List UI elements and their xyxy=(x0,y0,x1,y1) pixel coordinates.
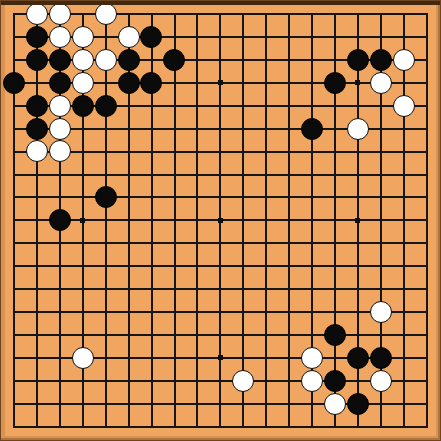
intersection[interactable] xyxy=(392,209,415,232)
intersection[interactable]: ○ xyxy=(232,369,255,392)
intersection[interactable] xyxy=(415,117,438,140)
intersection[interactable] xyxy=(346,278,369,301)
intersection[interactable]: ● xyxy=(323,71,346,94)
intersection[interactable] xyxy=(392,71,415,94)
intersection[interactable] xyxy=(278,323,301,346)
intersection[interactable] xyxy=(323,3,346,26)
intersection[interactable] xyxy=(278,163,301,186)
intersection[interactable] xyxy=(232,48,255,71)
intersection[interactable] xyxy=(300,163,323,186)
intersection[interactable] xyxy=(3,140,26,163)
intersection[interactable] xyxy=(140,48,163,71)
intersection[interactable] xyxy=(163,163,186,186)
intersection[interactable] xyxy=(71,255,94,278)
intersection[interactable]: ● xyxy=(117,48,140,71)
intersection[interactable] xyxy=(232,140,255,163)
intersection[interactable] xyxy=(163,369,186,392)
intersection[interactable] xyxy=(140,232,163,255)
intersection[interactable] xyxy=(186,346,209,369)
intersection[interactable] xyxy=(278,140,301,163)
intersection[interactable] xyxy=(232,415,255,438)
intersection[interactable] xyxy=(300,25,323,48)
intersection[interactable] xyxy=(255,300,278,323)
intersection[interactable] xyxy=(300,415,323,438)
intersection[interactable] xyxy=(25,278,48,301)
intersection[interactable] xyxy=(25,415,48,438)
intersection[interactable] xyxy=(48,278,71,301)
intersection[interactable] xyxy=(415,25,438,48)
intersection[interactable]: ○ xyxy=(369,369,392,392)
intersection[interactable] xyxy=(415,415,438,438)
intersection[interactable] xyxy=(25,71,48,94)
intersection[interactable] xyxy=(415,71,438,94)
intersection[interactable] xyxy=(117,392,140,415)
intersection[interactable] xyxy=(186,48,209,71)
intersection[interactable]: ○ xyxy=(369,71,392,94)
intersection[interactable] xyxy=(415,232,438,255)
intersection[interactable] xyxy=(346,209,369,232)
intersection[interactable] xyxy=(140,186,163,209)
intersection[interactable] xyxy=(232,25,255,48)
intersection[interactable]: ○ xyxy=(300,346,323,369)
intersection[interactable] xyxy=(415,323,438,346)
intersection[interactable] xyxy=(232,255,255,278)
intersection[interactable] xyxy=(25,392,48,415)
intersection[interactable] xyxy=(346,94,369,117)
intersection[interactable] xyxy=(3,48,26,71)
intersection[interactable] xyxy=(392,300,415,323)
intersection[interactable] xyxy=(392,3,415,26)
intersection[interactable] xyxy=(3,346,26,369)
intersection[interactable] xyxy=(278,232,301,255)
intersection[interactable] xyxy=(255,140,278,163)
intersection[interactable] xyxy=(300,323,323,346)
intersection[interactable] xyxy=(232,346,255,369)
intersection[interactable] xyxy=(25,300,48,323)
intersection[interactable] xyxy=(3,25,26,48)
intersection[interactable] xyxy=(255,278,278,301)
intersection[interactable] xyxy=(94,392,117,415)
intersection[interactable] xyxy=(392,346,415,369)
intersection[interactable] xyxy=(186,3,209,26)
intersection[interactable] xyxy=(346,300,369,323)
intersection[interactable] xyxy=(323,48,346,71)
intersection[interactable]: ● xyxy=(346,392,369,415)
intersection[interactable] xyxy=(186,255,209,278)
intersection[interactable] xyxy=(48,186,71,209)
intersection[interactable] xyxy=(300,71,323,94)
intersection[interactable] xyxy=(232,3,255,26)
intersection[interactable] xyxy=(323,415,346,438)
intersection[interactable] xyxy=(232,186,255,209)
intersection[interactable] xyxy=(186,163,209,186)
intersection[interactable] xyxy=(71,369,94,392)
intersection[interactable] xyxy=(346,163,369,186)
intersection[interactable] xyxy=(186,278,209,301)
intersection[interactable] xyxy=(140,369,163,392)
intersection[interactable] xyxy=(415,140,438,163)
intersection[interactable] xyxy=(209,48,232,71)
intersection[interactable] xyxy=(140,278,163,301)
intersection[interactable] xyxy=(117,117,140,140)
intersection[interactable] xyxy=(117,415,140,438)
intersection[interactable] xyxy=(163,94,186,117)
intersection[interactable] xyxy=(232,209,255,232)
intersection[interactable] xyxy=(3,278,26,301)
intersection[interactable] xyxy=(278,209,301,232)
intersection[interactable] xyxy=(117,369,140,392)
intersection[interactable] xyxy=(71,186,94,209)
intersection[interactable] xyxy=(255,392,278,415)
intersection[interactable] xyxy=(278,255,301,278)
intersection[interactable] xyxy=(25,232,48,255)
intersection[interactable] xyxy=(209,71,232,94)
intersection[interactable] xyxy=(163,255,186,278)
intersection[interactable] xyxy=(232,300,255,323)
intersection[interactable] xyxy=(117,232,140,255)
intersection[interactable] xyxy=(3,255,26,278)
intersection[interactable] xyxy=(323,346,346,369)
intersection[interactable] xyxy=(232,117,255,140)
intersection[interactable] xyxy=(163,3,186,26)
intersection[interactable] xyxy=(369,94,392,117)
intersection[interactable] xyxy=(278,300,301,323)
intersection[interactable]: ○ xyxy=(71,71,94,94)
intersection[interactable] xyxy=(369,209,392,232)
intersection[interactable] xyxy=(117,300,140,323)
intersection[interactable] xyxy=(255,163,278,186)
intersection[interactable] xyxy=(392,25,415,48)
intersection[interactable] xyxy=(209,346,232,369)
intersection[interactable] xyxy=(392,186,415,209)
intersection[interactable] xyxy=(163,232,186,255)
intersection[interactable] xyxy=(346,71,369,94)
intersection[interactable] xyxy=(71,209,94,232)
intersection[interactable] xyxy=(300,209,323,232)
intersection[interactable]: ● xyxy=(94,186,117,209)
intersection[interactable] xyxy=(140,255,163,278)
intersection[interactable] xyxy=(117,140,140,163)
intersection[interactable] xyxy=(94,209,117,232)
intersection[interactable] xyxy=(3,186,26,209)
intersection[interactable] xyxy=(117,94,140,117)
intersection[interactable]: ● xyxy=(323,323,346,346)
intersection[interactable] xyxy=(232,232,255,255)
intersection[interactable] xyxy=(209,163,232,186)
intersection[interactable] xyxy=(163,117,186,140)
intersection[interactable] xyxy=(415,94,438,117)
intersection[interactable] xyxy=(163,415,186,438)
intersection[interactable] xyxy=(232,392,255,415)
intersection[interactable] xyxy=(392,140,415,163)
intersection[interactable]: ● xyxy=(140,25,163,48)
intersection[interactable] xyxy=(392,392,415,415)
intersection[interactable] xyxy=(140,209,163,232)
intersection[interactable] xyxy=(163,346,186,369)
intersection[interactable] xyxy=(163,71,186,94)
intersection[interactable] xyxy=(48,163,71,186)
intersection[interactable] xyxy=(369,25,392,48)
intersection[interactable]: ○ xyxy=(48,3,71,26)
intersection[interactable] xyxy=(255,71,278,94)
intersection[interactable] xyxy=(255,255,278,278)
intersection[interactable] xyxy=(48,323,71,346)
intersection[interactable] xyxy=(140,3,163,26)
intersection[interactable] xyxy=(278,278,301,301)
intersection[interactable] xyxy=(140,94,163,117)
intersection[interactable] xyxy=(278,25,301,48)
intersection[interactable] xyxy=(25,346,48,369)
intersection[interactable] xyxy=(117,3,140,26)
intersection[interactable] xyxy=(415,278,438,301)
intersection[interactable] xyxy=(415,346,438,369)
intersection[interactable] xyxy=(71,415,94,438)
intersection[interactable] xyxy=(415,392,438,415)
intersection[interactable] xyxy=(48,369,71,392)
intersection[interactable] xyxy=(140,346,163,369)
intersection[interactable] xyxy=(415,186,438,209)
intersection[interactable] xyxy=(117,346,140,369)
intersection[interactable] xyxy=(25,369,48,392)
intersection[interactable] xyxy=(392,117,415,140)
intersection[interactable] xyxy=(3,232,26,255)
intersection[interactable]: ● xyxy=(25,25,48,48)
intersection[interactable]: ● xyxy=(300,117,323,140)
intersection[interactable] xyxy=(140,117,163,140)
intersection[interactable] xyxy=(346,186,369,209)
intersection[interactable] xyxy=(232,94,255,117)
intersection[interactable] xyxy=(323,255,346,278)
intersection[interactable] xyxy=(94,71,117,94)
intersection[interactable] xyxy=(232,163,255,186)
intersection[interactable]: ○ xyxy=(346,117,369,140)
intersection[interactable]: ● xyxy=(369,48,392,71)
intersection[interactable] xyxy=(71,140,94,163)
intersection[interactable] xyxy=(392,369,415,392)
intersection[interactable]: ● xyxy=(346,48,369,71)
intersection[interactable] xyxy=(71,163,94,186)
intersection[interactable] xyxy=(94,232,117,255)
intersection[interactable] xyxy=(300,278,323,301)
intersection[interactable] xyxy=(3,323,26,346)
intersection[interactable] xyxy=(3,117,26,140)
intersection[interactable]: ○ xyxy=(71,48,94,71)
intersection[interactable] xyxy=(48,392,71,415)
intersection[interactable] xyxy=(25,209,48,232)
intersection[interactable] xyxy=(300,94,323,117)
intersection[interactable] xyxy=(48,415,71,438)
intersection[interactable] xyxy=(278,346,301,369)
intersection[interactable] xyxy=(369,255,392,278)
intersection[interactable] xyxy=(278,392,301,415)
intersection[interactable] xyxy=(300,140,323,163)
intersection[interactable] xyxy=(94,323,117,346)
intersection[interactable] xyxy=(94,415,117,438)
intersection[interactable] xyxy=(186,415,209,438)
intersection[interactable] xyxy=(163,392,186,415)
intersection[interactable]: ● xyxy=(48,71,71,94)
intersection[interactable] xyxy=(163,300,186,323)
intersection[interactable]: ○ xyxy=(392,48,415,71)
intersection[interactable] xyxy=(415,48,438,71)
intersection[interactable] xyxy=(415,300,438,323)
intersection[interactable]: ○ xyxy=(71,25,94,48)
intersection[interactable] xyxy=(255,117,278,140)
intersection[interactable] xyxy=(71,278,94,301)
intersection[interactable] xyxy=(3,163,26,186)
intersection[interactable] xyxy=(48,300,71,323)
intersection[interactable] xyxy=(94,369,117,392)
intersection[interactable] xyxy=(369,232,392,255)
intersection[interactable] xyxy=(209,25,232,48)
intersection[interactable] xyxy=(3,94,26,117)
intersection[interactable] xyxy=(346,3,369,26)
intersection[interactable] xyxy=(323,209,346,232)
intersection[interactable] xyxy=(415,3,438,26)
intersection[interactable] xyxy=(209,3,232,26)
intersection[interactable] xyxy=(278,48,301,71)
intersection[interactable] xyxy=(140,415,163,438)
intersection[interactable] xyxy=(25,163,48,186)
intersection[interactable]: ○ xyxy=(323,392,346,415)
intersection[interactable] xyxy=(209,186,232,209)
intersection[interactable] xyxy=(71,392,94,415)
intersection[interactable]: ● xyxy=(3,71,26,94)
intersection[interactable] xyxy=(94,346,117,369)
intersection[interactable] xyxy=(392,323,415,346)
intersection[interactable]: ○ xyxy=(117,25,140,48)
intersection[interactable] xyxy=(415,369,438,392)
intersection[interactable] xyxy=(117,278,140,301)
intersection[interactable] xyxy=(415,255,438,278)
intersection[interactable] xyxy=(186,71,209,94)
intersection[interactable]: ○ xyxy=(392,94,415,117)
intersection[interactable] xyxy=(323,117,346,140)
intersection[interactable]: ○ xyxy=(94,48,117,71)
intersection[interactable] xyxy=(392,232,415,255)
intersection[interactable]: ● xyxy=(48,48,71,71)
intersection[interactable] xyxy=(94,278,117,301)
intersection[interactable]: ○ xyxy=(300,369,323,392)
intersection[interactable] xyxy=(163,140,186,163)
intersection[interactable] xyxy=(255,25,278,48)
intersection[interactable] xyxy=(346,323,369,346)
intersection[interactable] xyxy=(94,117,117,140)
intersection[interactable] xyxy=(300,48,323,71)
intersection[interactable] xyxy=(278,71,301,94)
intersection[interactable] xyxy=(300,300,323,323)
intersection[interactable] xyxy=(415,163,438,186)
intersection[interactable] xyxy=(278,415,301,438)
intersection[interactable] xyxy=(209,94,232,117)
intersection[interactable] xyxy=(255,415,278,438)
intersection[interactable] xyxy=(255,323,278,346)
intersection[interactable] xyxy=(369,140,392,163)
intersection[interactable] xyxy=(163,278,186,301)
intersection[interactable] xyxy=(94,255,117,278)
intersection[interactable] xyxy=(186,117,209,140)
intersection[interactable]: ● xyxy=(140,71,163,94)
intersection[interactable] xyxy=(48,255,71,278)
intersection[interactable] xyxy=(346,255,369,278)
intersection[interactable] xyxy=(209,278,232,301)
intersection[interactable]: ● xyxy=(323,369,346,392)
intersection[interactable] xyxy=(323,163,346,186)
intersection[interactable] xyxy=(323,25,346,48)
intersection[interactable] xyxy=(163,186,186,209)
intersection[interactable] xyxy=(117,255,140,278)
intersection[interactable] xyxy=(186,369,209,392)
intersection[interactable]: ● xyxy=(117,71,140,94)
intersection[interactable] xyxy=(346,140,369,163)
intersection[interactable] xyxy=(186,94,209,117)
intersection[interactable] xyxy=(3,3,26,26)
intersection[interactable] xyxy=(94,25,117,48)
intersection[interactable] xyxy=(300,255,323,278)
intersection[interactable] xyxy=(209,369,232,392)
intersection[interactable]: ● xyxy=(369,346,392,369)
intersection[interactable] xyxy=(278,94,301,117)
intersection[interactable] xyxy=(346,415,369,438)
intersection[interactable] xyxy=(369,117,392,140)
intersection[interactable] xyxy=(255,48,278,71)
intersection[interactable] xyxy=(186,392,209,415)
intersection[interactable] xyxy=(369,278,392,301)
intersection[interactable] xyxy=(232,278,255,301)
intersection[interactable] xyxy=(392,278,415,301)
intersection[interactable] xyxy=(209,232,232,255)
intersection[interactable] xyxy=(163,209,186,232)
intersection[interactable] xyxy=(369,392,392,415)
intersection[interactable]: ○ xyxy=(71,346,94,369)
intersection[interactable] xyxy=(140,323,163,346)
intersection[interactable] xyxy=(255,186,278,209)
intersection[interactable] xyxy=(140,300,163,323)
intersection[interactable] xyxy=(323,232,346,255)
intersection[interactable] xyxy=(25,255,48,278)
intersection[interactable]: ● xyxy=(25,48,48,71)
intersection[interactable]: ● xyxy=(48,209,71,232)
intersection[interactable] xyxy=(209,209,232,232)
intersection[interactable] xyxy=(369,163,392,186)
intersection[interactable]: ○ xyxy=(48,94,71,117)
intersection[interactable] xyxy=(278,3,301,26)
intersection[interactable] xyxy=(209,300,232,323)
intersection[interactable] xyxy=(255,209,278,232)
intersection[interactable] xyxy=(25,186,48,209)
intersection[interactable] xyxy=(94,300,117,323)
intersection[interactable] xyxy=(71,323,94,346)
intersection[interactable] xyxy=(186,323,209,346)
intersection[interactable] xyxy=(346,232,369,255)
intersection[interactable] xyxy=(255,346,278,369)
intersection[interactable] xyxy=(300,186,323,209)
intersection[interactable] xyxy=(3,415,26,438)
intersection[interactable] xyxy=(323,300,346,323)
intersection[interactable]: ○ xyxy=(369,300,392,323)
intersection[interactable]: ○ xyxy=(48,140,71,163)
intersection[interactable] xyxy=(140,140,163,163)
intersection[interactable] xyxy=(186,140,209,163)
intersection[interactable] xyxy=(140,163,163,186)
intersection[interactable] xyxy=(186,300,209,323)
intersection[interactable] xyxy=(255,232,278,255)
intersection[interactable] xyxy=(209,415,232,438)
intersection[interactable] xyxy=(255,3,278,26)
intersection[interactable] xyxy=(186,186,209,209)
intersection[interactable] xyxy=(232,323,255,346)
intersection[interactable] xyxy=(140,392,163,415)
